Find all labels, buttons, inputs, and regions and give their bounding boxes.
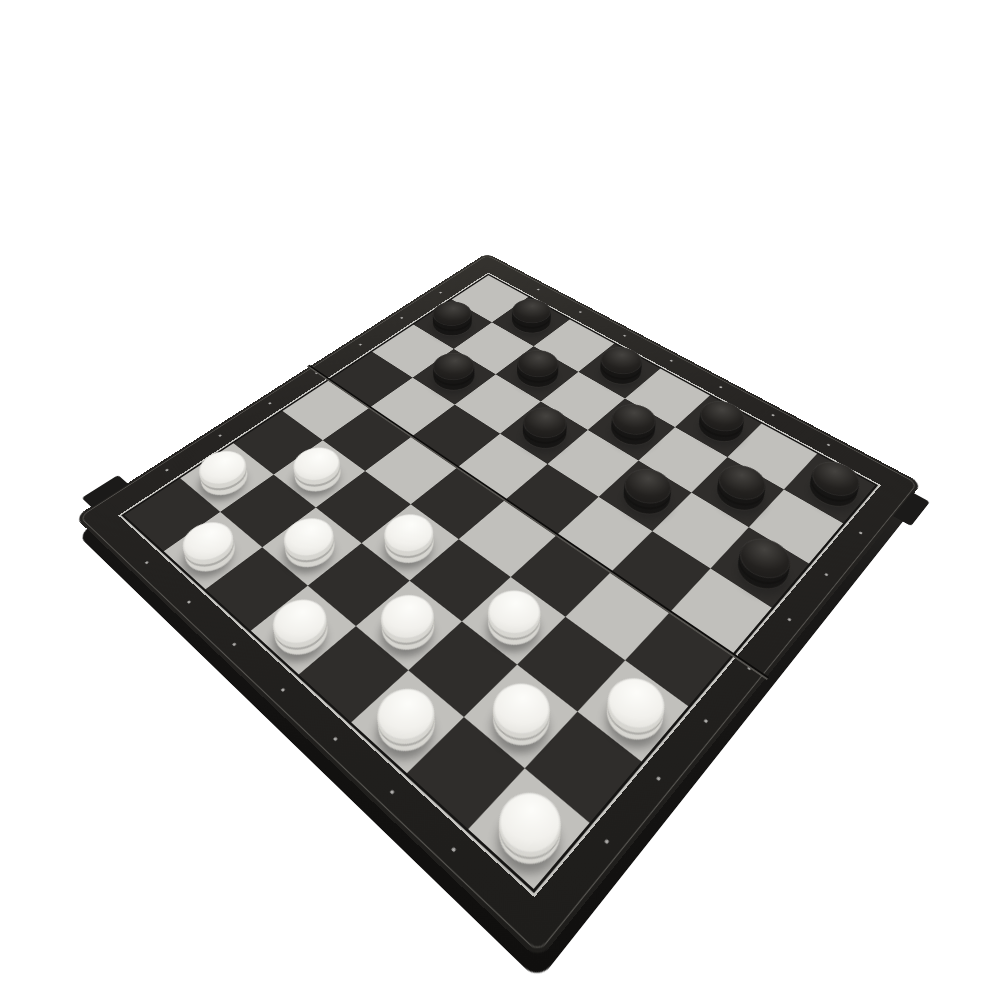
frame-dot: [268, 402, 272, 405]
checker-black[interactable]: [425, 358, 483, 397]
frame-dot: [187, 600, 192, 604]
piece-top: [374, 506, 442, 559]
checker-black[interactable]: [514, 412, 575, 455]
piece-top: [482, 673, 561, 745]
piece-top: [487, 780, 573, 865]
frame-dot: [359, 343, 363, 345]
checker-black[interactable]: [690, 405, 750, 448]
frame-dot: [218, 434, 222, 437]
frame-dot: [656, 776, 661, 781]
frame-dot: [400, 317, 404, 319]
frame-dot: [232, 642, 237, 646]
piece-top: [370, 586, 444, 648]
checker-white[interactable]: [372, 597, 445, 659]
checker-black[interactable]: [614, 473, 678, 522]
frame-dot: [623, 335, 627, 337]
checker-black[interactable]: [603, 409, 663, 452]
checker-black[interactable]: [592, 352, 649, 390]
frame-dot: [787, 618, 792, 622]
frame-dot: [439, 292, 442, 294]
frame-dot: [827, 443, 831, 446]
checker-black[interactable]: [801, 465, 865, 513]
checker-black[interactable]: [425, 307, 479, 341]
frame-dot: [604, 839, 610, 845]
frame-dot: [719, 386, 723, 389]
checker-white[interactable]: [487, 791, 572, 876]
checker-black[interactable]: [504, 304, 558, 338]
product-photo-scene: [0, 0, 1000, 1000]
frame-dot: [333, 737, 338, 742]
board-case: [75, 253, 922, 960]
checker-white[interactable]: [192, 455, 256, 502]
piece-top: [478, 581, 551, 642]
checker-white[interactable]: [482, 684, 560, 756]
perspective-scene: [0, 0, 1000, 1000]
frame-dot: [703, 719, 708, 724]
frame-dot: [537, 289, 540, 291]
piece-top: [597, 668, 675, 739]
checker-pieces: [124, 275, 875, 889]
checker-white[interactable]: [478, 593, 550, 654]
checker-black[interactable]: [708, 469, 772, 518]
frame-dot: [451, 847, 457, 853]
frame-dot: [670, 360, 674, 362]
piece-top: [366, 678, 446, 750]
frame-dot: [165, 469, 169, 472]
checker-black[interactable]: [728, 541, 796, 597]
checker-white[interactable]: [596, 679, 674, 750]
frame-dot: [771, 414, 775, 417]
checker-white[interactable]: [276, 521, 344, 575]
checker-white[interactable]: [176, 525, 245, 579]
frame-dot: [389, 789, 394, 794]
frame-dot: [280, 688, 285, 692]
frame-dot: [859, 531, 863, 534]
hinge-tab-left: [81, 475, 128, 508]
frame-dot: [579, 311, 582, 313]
piece-top: [274, 510, 343, 564]
board-surface: [118, 272, 881, 897]
frame-dot: [144, 561, 149, 565]
frame-dot: [824, 573, 828, 577]
checker-white[interactable]: [265, 602, 339, 664]
checker-white[interactable]: [375, 517, 443, 570]
checker-white[interactable]: [286, 451, 350, 498]
checker-white[interactable]: [367, 689, 446, 761]
checker-black[interactable]: [509, 355, 566, 393]
piece-top: [284, 440, 348, 487]
